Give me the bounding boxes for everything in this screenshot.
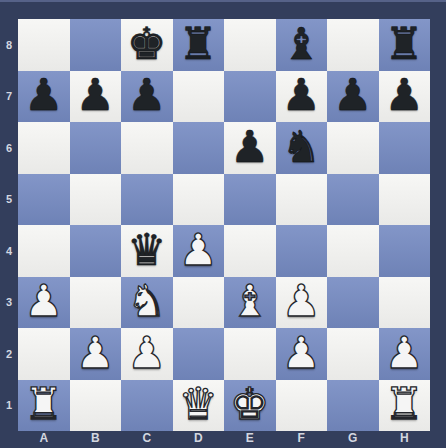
square-f6[interactable]: ♞ <box>276 122 328 174</box>
square-c5[interactable] <box>121 174 173 226</box>
file-label-a: A <box>18 429 70 446</box>
file-label-f: F <box>276 429 328 446</box>
square-c3[interactable]: ♞ <box>121 277 173 329</box>
piece-black-knight[interactable]: ♞ <box>282 125 321 169</box>
square-a1[interactable]: ♜ <box>18 380 70 432</box>
square-e2[interactable] <box>224 328 276 380</box>
square-b3[interactable] <box>70 277 122 329</box>
square-d5[interactable] <box>173 174 225 226</box>
piece-black-pawn[interactable]: ♟ <box>24 73 63 117</box>
file-label-g: G <box>327 429 379 446</box>
file-label-d: D <box>173 429 225 446</box>
square-c7[interactable]: ♟ <box>121 71 173 123</box>
square-h2[interactable]: ♟ <box>379 328 431 380</box>
piece-white-pawn[interactable]: ♟ <box>385 331 424 375</box>
square-b4[interactable] <box>70 225 122 277</box>
file-labels: ABCDEFGH <box>18 429 430 446</box>
square-e4[interactable] <box>224 225 276 277</box>
square-g2[interactable] <box>327 328 379 380</box>
rank-label-3: 3 <box>0 277 18 329</box>
rank-label-4: 4 <box>0 225 18 277</box>
square-d4[interactable]: ♟ <box>173 225 225 277</box>
square-c2[interactable]: ♟ <box>121 328 173 380</box>
rank-label-2: 2 <box>0 328 18 380</box>
piece-white-pawn[interactable]: ♟ <box>24 279 63 323</box>
square-e3[interactable]: ♝ <box>224 277 276 329</box>
square-e8[interactable] <box>224 19 276 71</box>
piece-white-pawn[interactable]: ♟ <box>76 331 115 375</box>
file-label-h: H <box>379 429 431 446</box>
square-f7[interactable]: ♟ <box>276 71 328 123</box>
piece-black-rook[interactable]: ♜ <box>179 22 218 66</box>
piece-white-pawn[interactable]: ♟ <box>282 331 321 375</box>
piece-white-queen[interactable]: ♛ <box>179 382 218 426</box>
square-f8[interactable]: ♝ <box>276 19 328 71</box>
square-a3[interactable]: ♟ <box>18 277 70 329</box>
rank-label-7: 7 <box>0 71 18 123</box>
square-c1[interactable] <box>121 380 173 432</box>
rank-label-5: 5 <box>0 174 18 226</box>
square-g6[interactable] <box>327 122 379 174</box>
square-b6[interactable] <box>70 122 122 174</box>
piece-black-pawn[interactable]: ♟ <box>76 73 115 117</box>
piece-white-knight[interactable]: ♞ <box>127 279 166 323</box>
square-g7[interactable]: ♟ <box>327 71 379 123</box>
chess-board-widget: 87654321 ♚♜♝♜♟♟♟♟♟♟♟♞♛♟♟♞♝♟♟♟♟♟♜♛♚♜ ABCD… <box>0 0 446 448</box>
square-a8[interactable] <box>18 19 70 71</box>
square-e1[interactable]: ♚ <box>224 380 276 432</box>
square-a2[interactable] <box>18 328 70 380</box>
square-d1[interactable]: ♛ <box>173 380 225 432</box>
square-a4[interactable] <box>18 225 70 277</box>
square-c8[interactable]: ♚ <box>121 19 173 71</box>
square-h8[interactable]: ♜ <box>379 19 431 71</box>
square-f1[interactable] <box>276 380 328 432</box>
square-b7[interactable]: ♟ <box>70 71 122 123</box>
square-d3[interactable] <box>173 277 225 329</box>
piece-black-pawn[interactable]: ♟ <box>385 73 424 117</box>
square-d8[interactable]: ♜ <box>173 19 225 71</box>
square-f5[interactable] <box>276 174 328 226</box>
square-g3[interactable] <box>327 277 379 329</box>
piece-white-pawn[interactable]: ♟ <box>282 279 321 323</box>
square-h4[interactable] <box>379 225 431 277</box>
rank-label-6: 6 <box>0 122 18 174</box>
file-label-c: C <box>121 429 173 446</box>
frame-highlight-line <box>0 0 446 2</box>
square-e7[interactable] <box>224 71 276 123</box>
piece-white-king[interactable]: ♚ <box>230 382 269 426</box>
rank-label-8: 8 <box>0 19 18 71</box>
piece-white-pawn[interactable]: ♟ <box>127 331 166 375</box>
piece-black-bishop[interactable]: ♝ <box>282 22 321 66</box>
piece-black-pawn[interactable]: ♟ <box>230 125 269 169</box>
piece-black-rook[interactable]: ♜ <box>385 22 424 66</box>
file-label-b: B <box>70 429 122 446</box>
square-h1[interactable]: ♜ <box>379 380 431 432</box>
square-d7[interactable] <box>173 71 225 123</box>
square-h3[interactable] <box>379 277 431 329</box>
square-c4[interactable]: ♛ <box>121 225 173 277</box>
square-h6[interactable] <box>379 122 431 174</box>
square-f4[interactable] <box>276 225 328 277</box>
square-g4[interactable] <box>327 225 379 277</box>
square-a6[interactable] <box>18 122 70 174</box>
square-e6[interactable]: ♟ <box>224 122 276 174</box>
chess-board: ♚♜♝♜♟♟♟♟♟♟♟♞♛♟♟♞♝♟♟♟♟♟♜♛♚♜ <box>18 19 430 431</box>
square-g5[interactable] <box>327 174 379 226</box>
piece-white-bishop[interactable]: ♝ <box>230 279 269 323</box>
piece-white-rook[interactable]: ♜ <box>385 382 424 426</box>
piece-black-king[interactable]: ♚ <box>127 22 166 66</box>
square-f3[interactable]: ♟ <box>276 277 328 329</box>
piece-white-pawn[interactable]: ♟ <box>179 228 218 272</box>
square-b5[interactable] <box>70 174 122 226</box>
piece-white-rook[interactable]: ♜ <box>24 382 63 426</box>
piece-black-pawn[interactable]: ♟ <box>282 73 321 117</box>
square-c6[interactable] <box>121 122 173 174</box>
square-b2[interactable]: ♟ <box>70 328 122 380</box>
square-b1[interactable] <box>70 380 122 432</box>
square-h7[interactable]: ♟ <box>379 71 431 123</box>
square-g8[interactable] <box>327 19 379 71</box>
square-h5[interactable] <box>379 174 431 226</box>
rank-label-1: 1 <box>0 380 18 432</box>
piece-black-pawn[interactable]: ♟ <box>333 73 372 117</box>
square-b8[interactable] <box>70 19 122 71</box>
piece-black-pawn[interactable]: ♟ <box>127 73 166 117</box>
square-e5[interactable] <box>224 174 276 226</box>
square-d6[interactable] <box>173 122 225 174</box>
piece-black-queen[interactable]: ♛ <box>127 228 166 272</box>
rank-labels: 87654321 <box>0 19 18 431</box>
square-a5[interactable] <box>18 174 70 226</box>
square-d2[interactable] <box>173 328 225 380</box>
file-label-e: E <box>224 429 276 446</box>
square-g1[interactable] <box>327 380 379 432</box>
square-f2[interactable]: ♟ <box>276 328 328 380</box>
square-a7[interactable]: ♟ <box>18 71 70 123</box>
